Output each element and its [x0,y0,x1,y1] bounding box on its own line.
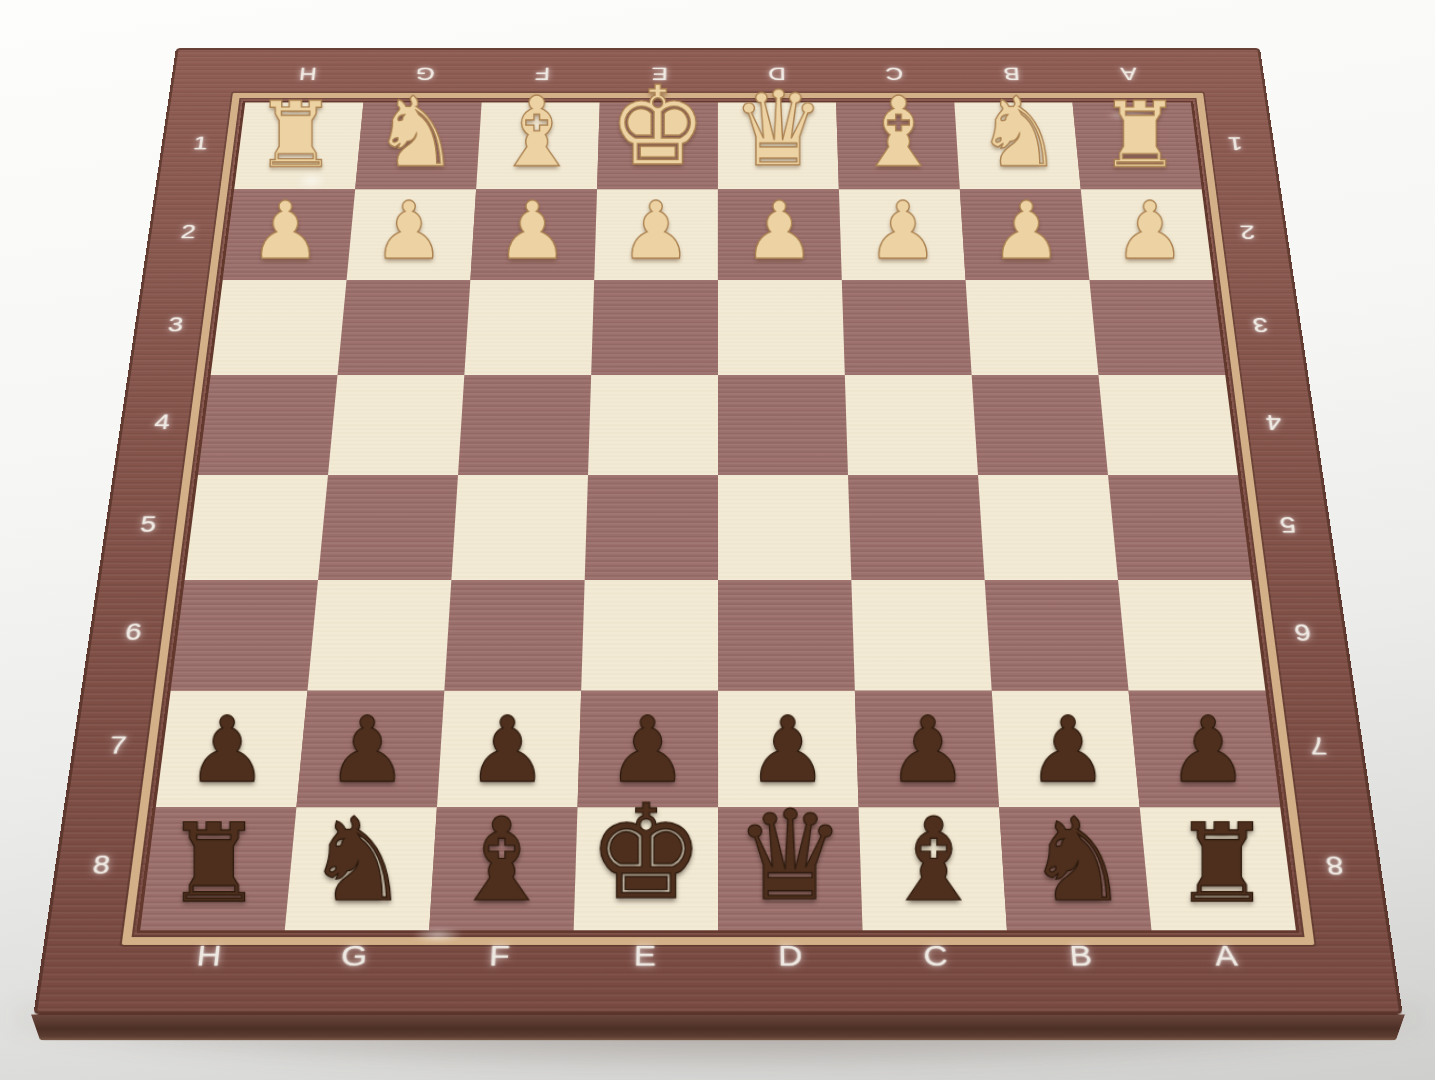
square-e8[interactable]: ♚ [573,807,717,930]
piece-black-rook-h8[interactable]: ♜ [165,809,262,918]
piece-white-pawn-c2[interactable]: ♟ [867,191,939,271]
square-c1[interactable]: ♝ [836,103,960,190]
board-front-edge [31,1015,1405,1041]
square-a3[interactable] [1089,280,1225,375]
square-f5[interactable] [451,475,588,580]
square-b1[interactable]: ♞ [954,103,1080,190]
piece-white-pawn-g2[interactable]: ♟ [373,191,445,271]
square-c3[interactable] [841,280,971,375]
piece-black-bishop-f8[interactable]: ♝ [450,802,553,917]
piece-black-knight-b8[interactable]: ♞ [1026,802,1129,917]
square-g3[interactable] [337,280,470,375]
piece-white-bishop-f1[interactable]: ♝ [493,84,579,180]
chess-board: ♜♞♝♚♛♝♞♜♟♟♟♟♟♟♟♟♟♟♟♟♟♟♟♟♜♞♝♚♛♝♞♜ HGFEDCB… [33,48,1402,1015]
piece-white-bishop-c1[interactable]: ♝ [855,84,941,180]
square-f1[interactable]: ♝ [476,103,600,190]
photo-scene: ♜♞♝♚♛♝♞♜♟♟♟♟♟♟♟♟♟♟♟♟♟♟♟♟♜♞♝♚♛♝♞♜ HGFEDCB… [0,0,1435,1080]
square-h7[interactable]: ♟ [155,691,307,808]
square-e5[interactable] [584,475,717,580]
square-d2[interactable]: ♟ [718,189,842,280]
piece-black-king-e8[interactable]: ♚ [587,787,704,918]
file-label-bottom-c: C [862,939,1009,972]
square-d5[interactable] [718,475,851,580]
square-c5[interactable] [848,475,985,580]
square-h3[interactable] [210,280,346,375]
square-c6[interactable] [851,580,991,691]
board-perspective-wrapper: ♜♞♝♚♛♝♞♜♟♟♟♟♟♟♟♟♟♟♟♟♟♟♟♟♜♞♝♚♛♝♞♜ HGFEDCB… [33,48,1402,1015]
square-h1[interactable]: ♜ [234,103,363,190]
square-h6[interactable] [170,580,317,691]
playing-area: ♜♞♝♚♛♝♞♜♟♟♟♟♟♟♟♟♟♟♟♟♟♟♟♟♜♞♝♚♛♝♞♜ [140,103,1296,931]
file-label-top-a: A [1068,63,1187,83]
piece-white-pawn-e2[interactable]: ♟ [620,191,692,271]
piece-white-queen-d1[interactable]: ♛ [731,77,824,181]
square-e3[interactable] [591,280,718,375]
file-label-bottom-d: D [718,939,864,972]
piece-white-king-e1[interactable]: ♚ [608,71,706,180]
square-b2[interactable]: ♟ [959,189,1089,280]
rank-label-right-2: 2 [1205,221,1288,243]
piece-black-rook-a8[interactable]: ♜ [1173,809,1270,918]
rank-label-left-1: 1 [160,133,241,154]
square-h2[interactable]: ♟ [222,189,354,280]
square-e6[interactable] [581,580,718,691]
piece-black-bishop-c8[interactable]: ♝ [882,802,985,917]
square-a5[interactable] [1108,475,1251,580]
piece-black-pawn-b7[interactable]: ♟ [1027,705,1108,796]
rank-label-left-2: 2 [147,221,230,243]
square-g2[interactable]: ♟ [346,189,476,280]
piece-white-pawn-b2[interactable]: ♟ [990,191,1062,271]
square-g5[interactable] [317,475,457,580]
square-d6[interactable] [718,580,855,691]
square-e2[interactable]: ♟ [594,189,718,280]
piece-white-knight-b1[interactable]: ♞ [976,84,1062,180]
piece-white-pawn-a2[interactable]: ♟ [1114,191,1186,271]
file-label-bottom-f: F [426,939,573,972]
piece-white-rook-a1[interactable]: ♜ [1099,90,1181,181]
square-f3[interactable] [464,280,594,375]
piece-black-pawn-a7[interactable]: ♟ [1167,705,1248,796]
piece-white-rook-h1[interactable]: ♜ [255,90,337,181]
piece-white-pawn-d2[interactable]: ♟ [743,191,815,271]
square-a7[interactable]: ♟ [1128,691,1280,808]
square-d1[interactable]: ♛ [718,103,839,190]
square-b7[interactable]: ♟ [991,691,1139,808]
file-label-bottom-a: A [1152,939,1301,972]
square-b5[interactable] [978,475,1118,580]
file-label-bottom-e: E [572,939,718,972]
square-g6[interactable] [307,580,451,691]
square-c7[interactable]: ♟ [854,691,998,808]
square-f2[interactable]: ♟ [470,189,597,280]
piece-black-queen-d8[interactable]: ♛ [734,794,845,918]
square-f6[interactable] [444,580,584,691]
square-c2[interactable]: ♟ [838,189,965,280]
file-label-bottom-g: G [280,939,428,972]
square-d8[interactable]: ♛ [718,807,862,930]
square-d3[interactable] [718,280,845,375]
square-a2[interactable]: ♟ [1080,189,1212,280]
square-e1[interactable]: ♚ [597,103,718,190]
square-a6[interactable] [1118,580,1265,691]
piece-white-pawn-f2[interactable]: ♟ [496,191,568,271]
square-a1[interactable]: ♜ [1072,103,1201,190]
piece-white-knight-g1[interactable]: ♞ [373,84,459,180]
square-b3[interactable] [965,280,1098,375]
piece-black-pawn-f7[interactable]: ♟ [467,705,548,796]
piece-black-pawn-d7[interactable]: ♟ [747,705,828,796]
square-h5[interactable] [184,475,327,580]
square-f7[interactable]: ♟ [436,691,580,808]
rank-label-right-1: 1 [1194,133,1275,154]
square-g7[interactable]: ♟ [296,691,444,808]
file-label-bottom-h: H [134,939,283,972]
rank-label-left-3: 3 [133,313,218,336]
square-b6[interactable] [984,580,1128,691]
piece-black-pawn-h7[interactable]: ♟ [186,705,267,796]
file-label-top-h: H [247,63,366,83]
square-g1[interactable]: ♞ [355,103,481,190]
piece-black-pawn-c7[interactable]: ♟ [887,705,968,796]
file-label-bottom-b: B [1007,939,1155,972]
piece-black-pawn-g7[interactable]: ♟ [327,705,408,796]
piece-white-pawn-h2[interactable]: ♟ [250,191,322,271]
piece-black-knight-g8[interactable]: ♞ [306,802,409,917]
